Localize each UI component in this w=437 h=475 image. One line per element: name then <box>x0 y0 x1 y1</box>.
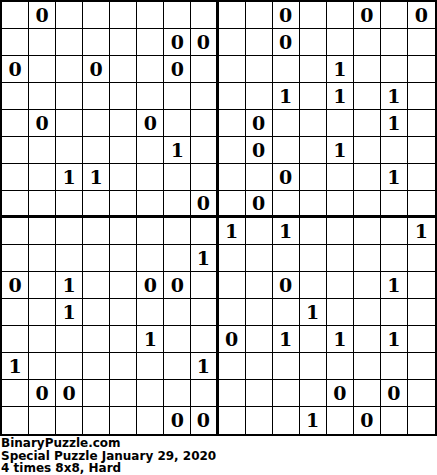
puzzle-cell[interactable] <box>354 353 381 380</box>
puzzle-cell[interactable] <box>300 245 327 272</box>
puzzle-cell[interactable] <box>300 380 327 407</box>
puzzle-cell[interactable] <box>381 407 408 434</box>
puzzle-cell[interactable] <box>56 110 83 137</box>
puzzle-cell: 0 <box>164 407 191 434</box>
puzzle-cell: 1 <box>56 299 83 326</box>
puzzle-cell: 1 <box>381 110 408 137</box>
puzzle-cell[interactable] <box>300 2 327 29</box>
puzzle-cell[interactable] <box>246 83 273 110</box>
puzzle-cell[interactable] <box>164 218 191 245</box>
puzzle-cell[interactable] <box>219 110 246 137</box>
puzzle-cell[interactable] <box>137 164 164 191</box>
puzzle-cell[interactable] <box>137 218 164 245</box>
puzzle-cell[interactable] <box>2 110 29 137</box>
puzzle-cell[interactable] <box>327 245 354 272</box>
puzzle-cell[interactable] <box>137 299 164 326</box>
puzzle-cell[interactable] <box>408 272 435 299</box>
puzzle-cell: 0 <box>191 29 218 56</box>
puzzle-cell[interactable] <box>56 245 83 272</box>
puzzle-cell[interactable] <box>110 56 137 83</box>
puzzle-cell[interactable] <box>110 164 137 191</box>
puzzle-cell[interactable] <box>110 218 137 245</box>
puzzle-cell[interactable] <box>29 83 56 110</box>
puzzle-cell: 0 <box>273 2 300 29</box>
puzzle-cell[interactable] <box>219 380 246 407</box>
puzzle-cell: 1 <box>327 137 354 164</box>
puzzle-cell[interactable] <box>2 83 29 110</box>
puzzle-cell: 0 <box>29 110 56 137</box>
puzzle-cell[interactable] <box>327 110 354 137</box>
puzzle-cell: 0 <box>2 56 29 83</box>
puzzle-cell[interactable] <box>110 137 137 164</box>
puzzle-cell: 1 <box>408 218 435 245</box>
puzzle-cell[interactable] <box>246 380 273 407</box>
puzzle-cell[interactable] <box>354 164 381 191</box>
puzzle-cell[interactable] <box>408 110 435 137</box>
puzzle-cell: 1 <box>191 245 218 272</box>
puzzle-cell[interactable] <box>191 272 218 299</box>
puzzle-cell[interactable] <box>246 29 273 56</box>
puzzle-subtitle: 4 times 8x8, Hard <box>1 462 437 475</box>
puzzle-cell[interactable] <box>164 83 191 110</box>
puzzle-cell: 1 <box>381 326 408 353</box>
puzzle-cell[interactable] <box>164 380 191 407</box>
puzzle-grid: 0000000000111100011011101001111010001111… <box>0 0 437 436</box>
puzzle-cell: 0 <box>56 380 83 407</box>
puzzle-cell[interactable] <box>2 29 29 56</box>
puzzle-cell: 0 <box>273 29 300 56</box>
puzzle-cell: 1 <box>191 353 218 380</box>
puzzle-cell[interactable] <box>219 164 246 191</box>
puzzle-cell[interactable] <box>83 407 110 434</box>
puzzle-cell[interactable] <box>29 56 56 83</box>
puzzle-cell[interactable] <box>219 191 246 218</box>
puzzle-cell[interactable] <box>219 137 246 164</box>
puzzle-cell: 0 <box>83 56 110 83</box>
puzzle-cell[interactable] <box>29 218 56 245</box>
puzzle-cell[interactable] <box>164 299 191 326</box>
puzzle-cell[interactable] <box>246 164 273 191</box>
puzzle-cell[interactable] <box>56 137 83 164</box>
puzzle-cell[interactable] <box>83 191 110 218</box>
puzzle-cell: 0 <box>354 407 381 434</box>
puzzle-cell[interactable] <box>137 56 164 83</box>
puzzle-cell[interactable] <box>354 245 381 272</box>
puzzle-cell[interactable] <box>354 218 381 245</box>
puzzle-cell[interactable] <box>354 29 381 56</box>
puzzle-cell[interactable] <box>354 137 381 164</box>
puzzle-cell[interactable] <box>300 56 327 83</box>
puzzle-cell: 0 <box>29 380 56 407</box>
puzzle-cell[interactable] <box>56 191 83 218</box>
puzzle-cell[interactable] <box>83 83 110 110</box>
puzzle-cell[interactable] <box>191 56 218 83</box>
puzzle-cell[interactable] <box>137 83 164 110</box>
puzzle-cell[interactable] <box>300 191 327 218</box>
puzzle-cell[interactable] <box>164 164 191 191</box>
puzzle-cell[interactable] <box>273 137 300 164</box>
puzzle-cell[interactable] <box>191 380 218 407</box>
puzzle-cell[interactable] <box>381 191 408 218</box>
puzzle-cell: 0 <box>164 29 191 56</box>
puzzle-cell: 1 <box>56 164 83 191</box>
puzzle-cell[interactable] <box>273 110 300 137</box>
puzzle-cell[interactable] <box>273 353 300 380</box>
puzzle-cell: 0 <box>327 380 354 407</box>
puzzle-cell[interactable] <box>56 353 83 380</box>
puzzle-cell[interactable] <box>110 272 137 299</box>
puzzle-cell: 0 <box>191 191 218 218</box>
puzzle-cell[interactable] <box>56 218 83 245</box>
puzzle-cell: 1 <box>273 218 300 245</box>
puzzle-cell[interactable] <box>219 2 246 29</box>
puzzle-cell[interactable] <box>219 245 246 272</box>
puzzle-cell[interactable] <box>381 56 408 83</box>
puzzle-cell[interactable] <box>300 326 327 353</box>
puzzle-cell[interactable] <box>110 380 137 407</box>
puzzle-cell[interactable] <box>219 272 246 299</box>
puzzle-cell[interactable] <box>2 245 29 272</box>
puzzle-cell[interactable] <box>56 56 83 83</box>
puzzle-cell[interactable] <box>327 2 354 29</box>
puzzle-cell: 1 <box>300 299 327 326</box>
puzzle-cell: 0 <box>191 407 218 434</box>
puzzle-cell[interactable] <box>110 353 137 380</box>
puzzle-cell[interactable] <box>110 245 137 272</box>
puzzle-cell[interactable] <box>381 353 408 380</box>
puzzle-cell[interactable] <box>327 299 354 326</box>
puzzle-cell[interactable] <box>381 245 408 272</box>
puzzle-cell[interactable] <box>2 2 29 29</box>
puzzle-cell[interactable] <box>56 29 83 56</box>
puzzle-cell[interactable] <box>83 353 110 380</box>
puzzle-cell[interactable] <box>219 353 246 380</box>
puzzle-cell[interactable] <box>164 2 191 29</box>
puzzle-cell[interactable] <box>83 137 110 164</box>
puzzle-cell[interactable] <box>408 353 435 380</box>
puzzle-cell[interactable] <box>191 326 218 353</box>
puzzle-cell[interactable] <box>2 380 29 407</box>
puzzle-cell: 0 <box>246 137 273 164</box>
puzzle-cell[interactable] <box>164 191 191 218</box>
puzzle-cell[interactable] <box>29 137 56 164</box>
puzzle-cell[interactable] <box>164 353 191 380</box>
puzzle-cell[interactable] <box>191 164 218 191</box>
puzzle-cell[interactable] <box>137 137 164 164</box>
puzzle-cell[interactable] <box>110 29 137 56</box>
puzzle-cell[interactable] <box>137 2 164 29</box>
puzzle-cell: 1 <box>327 56 354 83</box>
puzzle-cell[interactable] <box>327 218 354 245</box>
puzzle-cell[interactable] <box>273 56 300 83</box>
puzzle-cell: 0 <box>2 272 29 299</box>
puzzle-cell: 0 <box>164 272 191 299</box>
puzzle-cell[interactable] <box>83 218 110 245</box>
puzzle-cell[interactable] <box>381 218 408 245</box>
puzzle-cell: 0 <box>137 110 164 137</box>
puzzle-cell[interactable] <box>83 272 110 299</box>
puzzle-cell[interactable] <box>327 272 354 299</box>
puzzle-cell[interactable] <box>408 137 435 164</box>
puzzle-cell[interactable] <box>219 299 246 326</box>
site-name: BinaryPuzzle.com <box>1 437 437 450</box>
puzzle-cell: 0 <box>29 2 56 29</box>
puzzle-cell[interactable] <box>327 353 354 380</box>
puzzle-footer: BinaryPuzzle.com Special Puzzle January … <box>0 436 437 475</box>
puzzle-cell[interactable] <box>246 299 273 326</box>
puzzle-cell: 0 <box>246 191 273 218</box>
puzzle-cell: 1 <box>381 83 408 110</box>
puzzle-cell: 0 <box>408 2 435 29</box>
puzzle-cell: 1 <box>83 164 110 191</box>
puzzle-cell[interactable] <box>29 407 56 434</box>
puzzle-cell: 1 <box>327 326 354 353</box>
puzzle-cell[interactable] <box>408 83 435 110</box>
puzzle-cell[interactable] <box>273 407 300 434</box>
puzzle-cell[interactable] <box>2 164 29 191</box>
puzzle-cell[interactable] <box>110 407 137 434</box>
puzzle-cell[interactable] <box>56 407 83 434</box>
puzzle-cell: 0 <box>273 272 300 299</box>
puzzle-cell[interactable] <box>191 83 218 110</box>
puzzle-cell[interactable] <box>246 353 273 380</box>
puzzle-cell[interactable] <box>300 272 327 299</box>
puzzle-cell[interactable] <box>164 110 191 137</box>
puzzle-cell[interactable] <box>327 29 354 56</box>
puzzle-cell[interactable] <box>110 299 137 326</box>
puzzle-cell[interactable] <box>219 407 246 434</box>
puzzle-cell[interactable] <box>83 299 110 326</box>
puzzle-cell[interactable] <box>29 326 56 353</box>
puzzle-cell[interactable] <box>56 2 83 29</box>
puzzle-cell[interactable] <box>327 407 354 434</box>
puzzle-cell[interactable] <box>191 218 218 245</box>
puzzle-cell[interactable] <box>83 2 110 29</box>
puzzle-cell[interactable] <box>2 218 29 245</box>
puzzle-cell[interactable] <box>83 380 110 407</box>
puzzle-cell[interactable] <box>408 299 435 326</box>
puzzle-cell[interactable] <box>354 191 381 218</box>
puzzle-cell[interactable] <box>246 56 273 83</box>
puzzle-cell[interactable] <box>246 218 273 245</box>
puzzle-cell[interactable] <box>327 191 354 218</box>
puzzle-cell[interactable] <box>246 326 273 353</box>
puzzle-cell[interactable] <box>273 299 300 326</box>
puzzle-cell[interactable] <box>354 272 381 299</box>
puzzle-cell[interactable] <box>2 299 29 326</box>
puzzle-cell: 1 <box>327 83 354 110</box>
puzzle-cell: 1 <box>2 353 29 380</box>
puzzle-cell: 1 <box>219 218 246 245</box>
puzzle-cell[interactable] <box>354 56 381 83</box>
puzzle-cell[interactable] <box>164 326 191 353</box>
puzzle-cell[interactable] <box>408 407 435 434</box>
puzzle-cell[interactable] <box>408 164 435 191</box>
puzzle-cell[interactable] <box>327 164 354 191</box>
puzzle-cell: 0 <box>219 326 246 353</box>
puzzle-cell[interactable] <box>191 137 218 164</box>
puzzle-cell[interactable] <box>246 2 273 29</box>
puzzle-cell: 0 <box>273 164 300 191</box>
puzzle-cell[interactable] <box>137 380 164 407</box>
puzzle-cell[interactable] <box>408 245 435 272</box>
puzzle-cell[interactable] <box>83 29 110 56</box>
puzzle-cell[interactable] <box>137 407 164 434</box>
puzzle-cell[interactable] <box>29 353 56 380</box>
puzzle-cell: 1 <box>56 272 83 299</box>
puzzle-cell[interactable] <box>2 407 29 434</box>
puzzle-cell[interactable] <box>300 110 327 137</box>
puzzle-cell[interactable] <box>191 299 218 326</box>
puzzle-cell: 0 <box>164 56 191 83</box>
puzzle-cell[interactable] <box>273 380 300 407</box>
puzzle-cell[interactable] <box>2 191 29 218</box>
puzzle-cell[interactable] <box>408 29 435 56</box>
puzzle-cell[interactable] <box>56 326 83 353</box>
puzzle-cell: 0 <box>246 110 273 137</box>
puzzle-cell: 1 <box>137 326 164 353</box>
puzzle-cell: 1 <box>273 326 300 353</box>
puzzle-cell[interactable] <box>354 110 381 137</box>
puzzle-cell[interactable] <box>137 191 164 218</box>
puzzle-cell[interactable] <box>29 245 56 272</box>
puzzle-cell: 1 <box>300 407 327 434</box>
puzzle-cell[interactable] <box>110 326 137 353</box>
puzzle-cell[interactable] <box>110 110 137 137</box>
puzzle-cell[interactable] <box>354 299 381 326</box>
puzzle-cell[interactable] <box>29 164 56 191</box>
puzzle-cell[interactable] <box>354 83 381 110</box>
puzzle-cell[interactable] <box>246 272 273 299</box>
puzzle-cell[interactable] <box>110 191 137 218</box>
puzzle-cell[interactable] <box>300 218 327 245</box>
puzzle-cell[interactable] <box>300 164 327 191</box>
puzzle-cell: 0 <box>381 380 408 407</box>
puzzle-cell[interactable] <box>110 2 137 29</box>
puzzle-cell[interactable] <box>137 353 164 380</box>
puzzle-cell[interactable] <box>354 326 381 353</box>
puzzle-cell[interactable] <box>2 326 29 353</box>
puzzle-cell[interactable] <box>408 56 435 83</box>
puzzle-cell[interactable] <box>137 245 164 272</box>
puzzle-cell[interactable] <box>381 2 408 29</box>
puzzle-cell: 1 <box>381 164 408 191</box>
puzzle-cell[interactable] <box>219 83 246 110</box>
puzzle-cell[interactable] <box>381 137 408 164</box>
puzzle-cell[interactable] <box>408 326 435 353</box>
puzzle-cell: 0 <box>137 272 164 299</box>
puzzle-cell[interactable] <box>219 29 246 56</box>
puzzle-cell[interactable] <box>273 191 300 218</box>
puzzle-cell[interactable] <box>2 137 29 164</box>
puzzle-cell[interactable] <box>83 245 110 272</box>
puzzle-cell[interactable] <box>381 29 408 56</box>
puzzle-cell[interactable] <box>191 2 218 29</box>
puzzle-cell[interactable] <box>83 326 110 353</box>
puzzle-cell[interactable] <box>300 137 327 164</box>
puzzle-cell[interactable] <box>300 353 327 380</box>
puzzle-cell[interactable] <box>219 56 246 83</box>
puzzle-cell[interactable] <box>381 299 408 326</box>
puzzle-cell[interactable] <box>300 83 327 110</box>
puzzle-cell[interactable] <box>408 191 435 218</box>
puzzle-cell: 1 <box>164 137 191 164</box>
puzzle-cell[interactable] <box>29 299 56 326</box>
puzzle-cell[interactable] <box>164 245 191 272</box>
puzzle-cell[interactable] <box>408 380 435 407</box>
puzzle-cell[interactable] <box>354 380 381 407</box>
puzzle-cell[interactable] <box>110 83 137 110</box>
puzzle-cell[interactable] <box>29 191 56 218</box>
puzzle-cell[interactable] <box>273 245 300 272</box>
puzzle-cell[interactable] <box>191 110 218 137</box>
puzzle-cell: 0 <box>354 2 381 29</box>
puzzle-cell[interactable] <box>29 272 56 299</box>
puzzle-cell[interactable] <box>83 110 110 137</box>
puzzle-cell[interactable] <box>246 245 273 272</box>
puzzle-cell[interactable] <box>29 29 56 56</box>
puzzle-cell[interactable] <box>56 83 83 110</box>
puzzle-cell[interactable] <box>246 407 273 434</box>
puzzle-cell[interactable] <box>137 29 164 56</box>
puzzle-cell[interactable] <box>300 29 327 56</box>
puzzle-cell: 1 <box>273 83 300 110</box>
puzzle-cell: 1 <box>381 272 408 299</box>
